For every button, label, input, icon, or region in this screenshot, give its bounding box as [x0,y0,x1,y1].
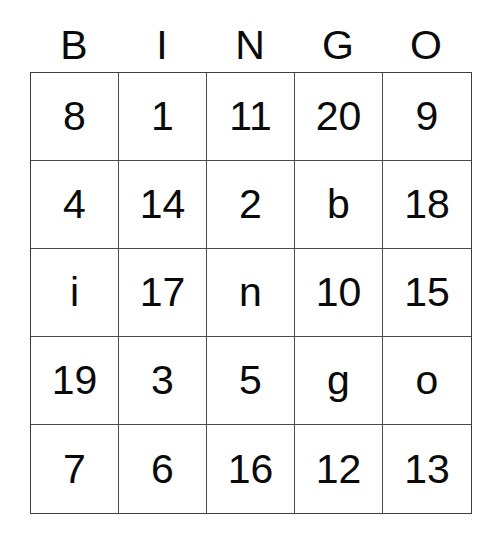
header-letter-i: I [118,20,206,70]
cell-r1-c3[interactable]: b [295,161,383,249]
cell-r4-c0[interactable]: 7 [31,425,119,513]
bingo-header: B I N G O [30,20,470,70]
cell-r4-c4[interactable]: 13 [383,425,471,513]
cell-r0-c2[interactable]: 11 [207,73,295,161]
cell-r4-c3[interactable]: 12 [295,425,383,513]
cell-r3-c2[interactable]: 5 [207,337,295,425]
cell-r4-c2[interactable]: 16 [207,425,295,513]
cell-r2-c3[interactable]: 10 [295,249,383,337]
header-letter-n: N [206,20,294,70]
bingo-card: B I N G O 8 1 11 20 9 4 14 2 b 18 i 17 n… [0,0,500,544]
cell-r3-c1[interactable]: 3 [119,337,207,425]
cell-r4-c1[interactable]: 6 [119,425,207,513]
cell-r1-c2[interactable]: 2 [207,161,295,249]
header-letter-g: G [294,20,382,70]
cell-r2-c0[interactable]: i [31,249,119,337]
cell-r1-c0[interactable]: 4 [31,161,119,249]
cell-r0-c1[interactable]: 1 [119,73,207,161]
bingo-grid: 8 1 11 20 9 4 14 2 b 18 i 17 n 10 15 19 … [30,72,472,514]
cell-r3-c3[interactable]: g [295,337,383,425]
cell-r3-c4[interactable]: o [383,337,471,425]
cell-r2-c1[interactable]: 17 [119,249,207,337]
header-letter-o: O [382,20,470,70]
cell-r0-c3[interactable]: 20 [295,73,383,161]
cell-r2-c4[interactable]: 15 [383,249,471,337]
header-letter-b: B [30,20,118,70]
cell-r1-c1[interactable]: 14 [119,161,207,249]
cell-r0-c0[interactable]: 8 [31,73,119,161]
cell-r1-c4[interactable]: 18 [383,161,471,249]
cell-r2-c2[interactable]: n [207,249,295,337]
cell-r0-c4[interactable]: 9 [383,73,471,161]
cell-r3-c0[interactable]: 19 [31,337,119,425]
